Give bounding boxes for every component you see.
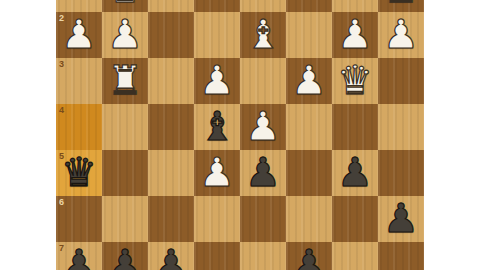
square-a3[interactable] xyxy=(378,58,424,104)
square-c7[interactable]: ♟ xyxy=(286,242,332,270)
rank-label-4: 4 xyxy=(59,105,64,115)
black-pawn[interactable]: ♟ xyxy=(148,242,194,270)
square-e1[interactable] xyxy=(194,0,240,12)
square-e6[interactable] xyxy=(194,196,240,242)
square-g7[interactable]: ♟ xyxy=(102,242,148,270)
square-a5[interactable] xyxy=(378,150,424,196)
square-e2[interactable] xyxy=(194,12,240,58)
square-c2[interactable] xyxy=(286,12,332,58)
square-d6[interactable] xyxy=(240,196,286,242)
white-pawn[interactable]: ♟ xyxy=(378,12,424,58)
square-c5[interactable] xyxy=(286,150,332,196)
square-f2[interactable] xyxy=(148,12,194,58)
square-b2[interactable]: ♟ xyxy=(332,12,378,58)
black-pawn[interactable]: ♟ xyxy=(332,150,378,196)
square-h7[interactable]: 7♟ xyxy=(56,242,102,270)
white-pawn[interactable]: ♟ xyxy=(332,12,378,58)
square-d3[interactable] xyxy=(240,58,286,104)
square-c4[interactable] xyxy=(286,104,332,150)
square-h5[interactable]: 5♛ xyxy=(56,150,102,196)
white-pawn[interactable]: ♟ xyxy=(194,150,240,196)
white-bishop[interactable]: ♝ xyxy=(240,12,286,58)
square-a6[interactable]: ♟ xyxy=(378,196,424,242)
square-f4[interactable] xyxy=(148,104,194,150)
white-rook[interactable]: ♜ xyxy=(102,58,148,104)
square-b6[interactable] xyxy=(332,196,378,242)
black-pawn[interactable]: ♟ xyxy=(378,196,424,242)
square-d5[interactable]: ♟ xyxy=(240,150,286,196)
square-d4[interactable]: ♟ xyxy=(240,104,286,150)
white-queen[interactable]: ♛ xyxy=(332,58,378,104)
white-pawn[interactable]: ♟ xyxy=(286,58,332,104)
chess-board: ♚♜2♟♟♝♟♟3♜♟♟♛4♝♟5♛♟♟♟6♟7♟♟♟♟ xyxy=(56,0,424,270)
white-pawn[interactable]: ♟ xyxy=(194,58,240,104)
square-f1[interactable] xyxy=(148,0,194,12)
square-g3[interactable]: ♜ xyxy=(102,58,148,104)
black-pawn[interactable]: ♟ xyxy=(102,242,148,270)
square-h4[interactable]: 4 xyxy=(56,104,102,150)
square-e5[interactable]: ♟ xyxy=(194,150,240,196)
square-d2[interactable]: ♝ xyxy=(240,12,286,58)
video-background: ♚♜2♟♟♝♟♟3♜♟♟♛4♝♟5♛♟♟♟6♟7♟♟♟♟ xyxy=(45,0,435,270)
square-g2[interactable]: ♟ xyxy=(102,12,148,58)
square-c6[interactable] xyxy=(286,196,332,242)
rank-label-6: 6 xyxy=(59,197,64,207)
square-b7[interactable] xyxy=(332,242,378,270)
square-f6[interactable] xyxy=(148,196,194,242)
white-pawn[interactable]: ♟ xyxy=(102,12,148,58)
square-f7[interactable]: ♟ xyxy=(148,242,194,270)
square-h2[interactable]: 2♟ xyxy=(56,12,102,58)
black-pawn[interactable]: ♟ xyxy=(240,150,286,196)
square-b4[interactable] xyxy=(332,104,378,150)
square-c3[interactable]: ♟ xyxy=(286,58,332,104)
square-e7[interactable] xyxy=(194,242,240,270)
square-g6[interactable] xyxy=(102,196,148,242)
square-b3[interactable]: ♛ xyxy=(332,58,378,104)
square-a7[interactable] xyxy=(378,242,424,270)
square-g4[interactable] xyxy=(102,104,148,150)
black-queen[interactable]: ♛ xyxy=(56,150,102,196)
square-b5[interactable]: ♟ xyxy=(332,150,378,196)
white-pawn[interactable]: ♟ xyxy=(56,12,102,58)
square-e4[interactable]: ♝ xyxy=(194,104,240,150)
square-e3[interactable]: ♟ xyxy=(194,58,240,104)
square-g5[interactable] xyxy=(102,150,148,196)
square-a2[interactable]: ♟ xyxy=(378,12,424,58)
black-bishop[interactable]: ♝ xyxy=(194,104,240,150)
square-h3[interactable]: 3 xyxy=(56,58,102,104)
square-a4[interactable] xyxy=(378,104,424,150)
black-pawn[interactable]: ♟ xyxy=(56,242,102,270)
square-f5[interactable] xyxy=(148,150,194,196)
black-pawn[interactable]: ♟ xyxy=(286,242,332,270)
square-h6[interactable]: 6 xyxy=(56,196,102,242)
square-f3[interactable] xyxy=(148,58,194,104)
square-c1[interactable] xyxy=(286,0,332,12)
white-pawn[interactable]: ♟ xyxy=(240,104,286,150)
square-d7[interactable] xyxy=(240,242,286,270)
rank-label-3: 3 xyxy=(59,59,64,69)
